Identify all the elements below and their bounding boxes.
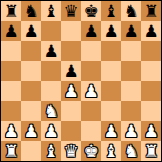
black-king[interactable]: ♚ xyxy=(83,1,98,21)
square-c1[interactable]: ♝ xyxy=(41,141,61,161)
black-pawn[interactable]: ♟ xyxy=(143,21,158,41)
square-e2[interactable] xyxy=(81,121,101,141)
square-d3[interactable] xyxy=(61,101,81,121)
square-d8[interactable]: ♛ xyxy=(61,1,81,21)
square-d4[interactable]: ♟ xyxy=(61,81,81,101)
square-e4[interactable]: ♟ xyxy=(81,81,101,101)
square-e3[interactable] xyxy=(81,101,101,121)
white-bishop[interactable]: ♝ xyxy=(43,141,58,161)
square-g5[interactable] xyxy=(121,61,141,81)
square-h1[interactable]: ♜ xyxy=(141,141,161,161)
square-g3[interactable] xyxy=(121,101,141,121)
square-b6[interactable] xyxy=(21,41,41,61)
square-g2[interactable]: ♟ xyxy=(121,121,141,141)
chess-board: ♜♞♝♛♚♝♞♜♟♟♟♟♟♟♟♟♟♟♞♟♟♟♟♟♟♜♝♛♚♝♞♜ xyxy=(0,0,162,162)
square-g4[interactable] xyxy=(121,81,141,101)
square-c4[interactable] xyxy=(41,81,61,101)
square-e5[interactable] xyxy=(81,61,101,81)
square-a6[interactable] xyxy=(1,41,21,61)
square-e1[interactable]: ♚ xyxy=(81,141,101,161)
square-d1[interactable]: ♛ xyxy=(61,141,81,161)
square-f2[interactable]: ♟ xyxy=(101,121,121,141)
square-g1[interactable]: ♞ xyxy=(121,141,141,161)
square-a8[interactable]: ♜ xyxy=(1,1,21,21)
square-h4[interactable] xyxy=(141,81,161,101)
square-b2[interactable]: ♟ xyxy=(21,121,41,141)
white-pawn[interactable]: ♟ xyxy=(63,81,78,101)
square-b4[interactable] xyxy=(21,81,41,101)
square-d5[interactable]: ♟ xyxy=(61,61,81,81)
white-pawn[interactable]: ♟ xyxy=(123,121,138,141)
square-h2[interactable]: ♟ xyxy=(141,121,161,141)
white-queen[interactable]: ♛ xyxy=(63,141,78,161)
square-f4[interactable] xyxy=(101,81,121,101)
square-e7[interactable]: ♟ xyxy=(81,21,101,41)
square-h7[interactable]: ♟ xyxy=(141,21,161,41)
square-f7[interactable]: ♟ xyxy=(101,21,121,41)
black-pawn[interactable]: ♟ xyxy=(83,21,98,41)
black-pawn[interactable]: ♟ xyxy=(3,21,18,41)
square-h5[interactable] xyxy=(141,61,161,81)
white-pawn[interactable]: ♟ xyxy=(43,121,58,141)
square-g6[interactable] xyxy=(121,41,141,61)
square-c8[interactable]: ♝ xyxy=(41,1,61,21)
square-h8[interactable]: ♜ xyxy=(141,1,161,21)
square-g7[interactable]: ♟ xyxy=(121,21,141,41)
black-pawn[interactable]: ♟ xyxy=(23,21,38,41)
square-g8[interactable]: ♞ xyxy=(121,1,141,21)
square-f3[interactable] xyxy=(101,101,121,121)
square-d2[interactable] xyxy=(61,121,81,141)
square-h3[interactable] xyxy=(141,101,161,121)
square-h6[interactable] xyxy=(141,41,161,61)
black-pawn[interactable]: ♟ xyxy=(103,21,118,41)
square-d7[interactable] xyxy=(61,21,81,41)
square-b1[interactable] xyxy=(21,141,41,161)
white-knight[interactable]: ♞ xyxy=(43,101,58,121)
square-c3[interactable]: ♞ xyxy=(41,101,61,121)
black-knight[interactable]: ♞ xyxy=(123,1,138,21)
white-pawn[interactable]: ♟ xyxy=(3,121,18,141)
square-b3[interactable] xyxy=(21,101,41,121)
white-rook[interactable]: ♜ xyxy=(3,141,18,161)
white-pawn[interactable]: ♟ xyxy=(103,121,118,141)
black-pawn[interactable]: ♟ xyxy=(63,61,78,81)
square-f1[interactable]: ♝ xyxy=(101,141,121,161)
square-b8[interactable]: ♞ xyxy=(21,1,41,21)
black-pawn[interactable]: ♟ xyxy=(123,21,138,41)
square-a4[interactable] xyxy=(1,81,21,101)
white-bishop[interactable]: ♝ xyxy=(103,141,118,161)
square-c2[interactable]: ♟ xyxy=(41,121,61,141)
white-knight[interactable]: ♞ xyxy=(123,141,138,161)
square-d6[interactable] xyxy=(61,41,81,61)
black-bishop[interactable]: ♝ xyxy=(43,1,58,21)
black-pawn[interactable]: ♟ xyxy=(43,41,58,61)
black-knight[interactable]: ♞ xyxy=(23,1,38,21)
square-c7[interactable] xyxy=(41,21,61,41)
black-bishop[interactable]: ♝ xyxy=(103,1,118,21)
white-pawn[interactable]: ♟ xyxy=(23,121,38,141)
square-c5[interactable] xyxy=(41,61,61,81)
square-f6[interactable] xyxy=(101,41,121,61)
square-b5[interactable] xyxy=(21,61,41,81)
square-a2[interactable]: ♟ xyxy=(1,121,21,141)
square-e8[interactable]: ♚ xyxy=(81,1,101,21)
square-a7[interactable]: ♟ xyxy=(1,21,21,41)
square-f8[interactable]: ♝ xyxy=(101,1,121,21)
white-king[interactable]: ♚ xyxy=(83,141,98,161)
black-queen[interactable]: ♛ xyxy=(63,1,78,21)
black-rook[interactable]: ♜ xyxy=(3,1,18,21)
black-rook[interactable]: ♜ xyxy=(143,1,158,21)
square-a5[interactable] xyxy=(1,61,21,81)
square-a1[interactable]: ♜ xyxy=(1,141,21,161)
square-b7[interactable]: ♟ xyxy=(21,21,41,41)
square-c6[interactable]: ♟ xyxy=(41,41,61,61)
white-pawn[interactable]: ♟ xyxy=(143,121,158,141)
square-a3[interactable] xyxy=(1,101,21,121)
square-f5[interactable] xyxy=(101,61,121,81)
square-e6[interactable] xyxy=(81,41,101,61)
white-rook[interactable]: ♜ xyxy=(143,141,158,161)
white-pawn[interactable]: ♟ xyxy=(83,81,98,101)
